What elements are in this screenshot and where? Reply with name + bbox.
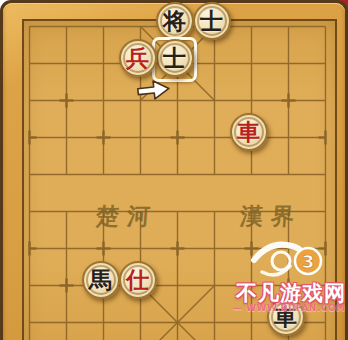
xiangqi-screenshot: 楚河 漢界 将士士兵車馬仕車 3 不凡游戏网 — WWW.BUFAN.COM — — [0, 0, 348, 340]
piece-character: 車 — [237, 120, 260, 143]
piece-character: 士 — [163, 46, 186, 69]
river-label-chu-he: 楚河 — [95, 201, 159, 232]
piece-character: 仕 — [126, 268, 149, 291]
red-advisor[interactable]: 仕 — [119, 261, 157, 299]
river-label-han-jie: 漢界 — [239, 201, 303, 232]
piece-character: 馬 — [89, 268, 112, 291]
black-general[interactable]: 将 — [156, 2, 194, 40]
piece-character: 士 — [200, 9, 223, 32]
black-advisor-1[interactable]: 士 — [193, 2, 231, 40]
move-hint-arrow — [135, 77, 173, 103]
piece-character: 将 — [163, 9, 186, 32]
watermark-site-url: — WWW.BUFAN.COM — — [233, 303, 348, 313]
black-horse[interactable]: 馬 — [82, 261, 120, 299]
black-advisor-2[interactable]: 士 — [156, 39, 194, 77]
red-soldier[interactable]: 兵 — [119, 39, 157, 77]
piece-character: 兵 — [126, 46, 149, 69]
red-chariot[interactable]: 車 — [230, 113, 268, 151]
svg-text:3: 3 — [302, 251, 315, 272]
